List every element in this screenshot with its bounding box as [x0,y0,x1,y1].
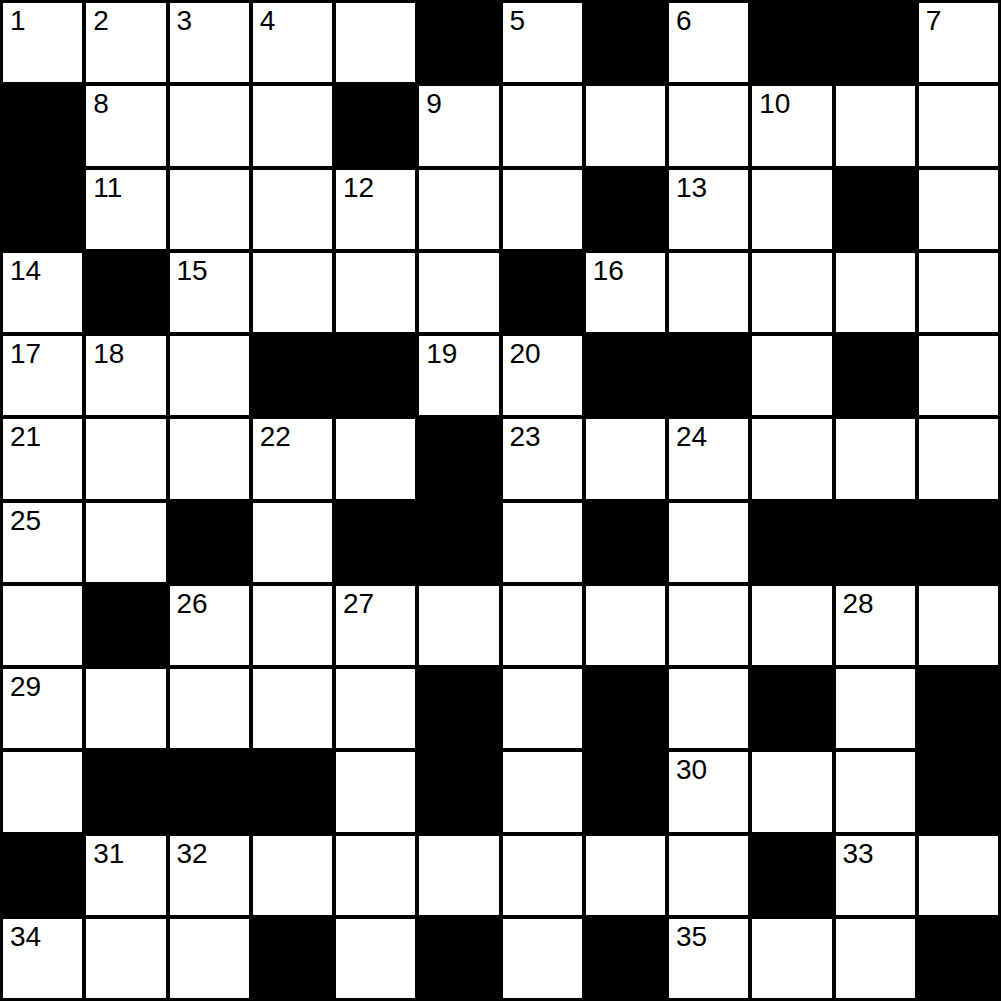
grid-cell[interactable]: 32 [170,836,249,915]
grid-cell[interactable] [919,253,998,332]
clue-number: 10 [759,89,790,120]
black-cell [86,253,165,332]
grid-cell[interactable]: 5 [503,3,582,82]
grid-cell[interactable]: 26 [170,586,249,665]
grid-cell[interactable]: 14 [3,253,82,332]
grid-cell[interactable] [419,836,498,915]
grid-cell[interactable] [336,3,415,82]
grid-cell[interactable]: 13 [669,170,748,249]
clue-number: 24 [676,422,707,453]
black-cell [86,752,165,831]
grid-cell[interactable] [503,503,582,582]
grid-cell[interactable]: 10 [752,86,831,165]
grid-cell[interactable]: 16 [586,253,665,332]
grid-cell[interactable] [253,836,332,915]
grid-cell[interactable] [253,170,332,249]
grid-cell[interactable] [170,86,249,165]
grid-cell[interactable] [336,919,415,998]
grid-cell[interactable] [836,669,915,748]
clue-number: 22 [260,422,291,453]
clue-number: 3 [177,6,193,37]
grid-cell[interactable] [752,253,831,332]
grid-cell[interactable] [669,669,748,748]
black-cell [586,919,665,998]
clue-number: 35 [676,922,707,953]
clue-number: 16 [593,256,624,287]
black-cell [86,586,165,665]
grid-cell[interactable] [669,586,748,665]
grid-cell[interactable] [836,86,915,165]
grid-cell[interactable] [253,86,332,165]
grid-cell[interactable] [336,752,415,831]
grid-cell[interactable] [503,669,582,748]
clue-number: 5 [510,6,526,37]
black-cell [336,503,415,582]
grid-cell[interactable] [586,836,665,915]
clue-number: 32 [177,839,208,870]
black-cell [503,253,582,332]
black-cell [752,836,831,915]
grid-cell[interactable]: 33 [836,836,915,915]
clue-number: 1 [10,6,26,37]
grid-cell[interactable] [170,419,249,498]
grid-cell[interactable]: 34 [3,919,82,998]
grid-cell[interactable] [752,336,831,415]
grid-cell[interactable] [253,503,332,582]
grid-cell[interactable] [752,586,831,665]
grid-cell[interactable] [253,669,332,748]
black-cell [836,336,915,415]
black-cell [919,752,998,831]
black-cell [419,3,498,82]
grid-cell[interactable]: 7 [919,3,998,82]
grid-cell[interactable]: 2 [86,3,165,82]
clue-number: 11 [93,173,122,204]
clue-number: 34 [10,922,41,953]
black-cell [253,336,332,415]
grid-cell[interactable] [3,586,82,665]
grid-cell[interactable]: 19 [419,336,498,415]
grid-cell[interactable] [86,503,165,582]
grid-cell[interactable] [86,419,165,498]
black-cell [752,503,831,582]
clue-number: 15 [177,256,208,287]
clue-number: 31 [93,839,124,870]
grid-cell[interactable] [836,919,915,998]
crossword-grid: 1234567891011121314151617181920212223242… [0,0,1001,1001]
grid-cell[interactable] [669,86,748,165]
grid-cell[interactable]: 35 [669,919,748,998]
black-cell [336,336,415,415]
clue-number: 30 [676,755,707,786]
grid-cell[interactable] [503,836,582,915]
black-cell [3,86,82,165]
clue-number: 33 [843,839,874,870]
grid-cell[interactable]: 27 [336,586,415,665]
black-cell [669,336,748,415]
grid-cell[interactable] [919,419,998,498]
black-cell [586,669,665,748]
black-cell [170,752,249,831]
grid-cell[interactable] [336,836,415,915]
grid-cell[interactable]: 23 [503,419,582,498]
grid-cell[interactable]: 28 [836,586,915,665]
grid-cell[interactable] [752,752,831,831]
black-cell [586,170,665,249]
black-cell [752,669,831,748]
grid-cell[interactable] [253,253,332,332]
grid-cell[interactable] [86,919,165,998]
grid-cell[interactable]: 22 [253,419,332,498]
clue-number: 25 [10,506,41,537]
grid-cell[interactable] [586,586,665,665]
black-cell [419,752,498,831]
grid-cell[interactable]: 18 [86,336,165,415]
black-cell [586,752,665,831]
grid-cell[interactable] [419,170,498,249]
clue-number: 20 [510,339,541,370]
grid-cell[interactable] [503,752,582,831]
grid-cell[interactable]: 25 [3,503,82,582]
grid-cell[interactable]: 9 [419,86,498,165]
grid-cell[interactable] [836,253,915,332]
black-cell [836,503,915,582]
grid-cell[interactable] [669,253,748,332]
clue-number: 4 [260,6,276,37]
grid-cell[interactable]: 1 [3,3,82,82]
grid-cell[interactable] [336,253,415,332]
grid-cell[interactable]: 11 [86,170,165,249]
clue-number: 9 [426,89,442,120]
clue-number: 26 [177,589,208,620]
grid-cell[interactable] [919,836,998,915]
grid-cell[interactable] [503,86,582,165]
black-cell [419,919,498,998]
black-cell [170,503,249,582]
grid-cell[interactable] [3,752,82,831]
grid-cell[interactable] [253,586,332,665]
black-cell [836,3,915,82]
grid-cell[interactable] [419,253,498,332]
grid-cell[interactable]: 20 [503,336,582,415]
black-cell [836,170,915,249]
grid-cell[interactable]: 17 [3,336,82,415]
black-cell [419,669,498,748]
grid-cell[interactable]: 29 [3,669,82,748]
grid-cell[interactable]: 15 [170,253,249,332]
grid-cell[interactable]: 3 [170,3,249,82]
grid-cell[interactable] [336,669,415,748]
black-cell [586,336,665,415]
grid-cell[interactable] [503,586,582,665]
grid-cell[interactable] [919,170,998,249]
black-cell [586,3,665,82]
clue-number: 21 [10,422,41,453]
grid-cell[interactable] [919,586,998,665]
clue-number: 2 [93,6,109,37]
grid-cell[interactable] [503,919,582,998]
grid-cell[interactable] [170,170,249,249]
grid-cell[interactable] [586,86,665,165]
grid-cell[interactable] [919,86,998,165]
grid-cell[interactable]: 8 [86,86,165,165]
grid-cell[interactable] [170,919,249,998]
grid-cell[interactable] [586,419,665,498]
black-cell [752,3,831,82]
grid-cell[interactable]: 12 [336,170,415,249]
black-cell [419,419,498,498]
clue-number: 17 [10,339,41,370]
grid-cell[interactable] [669,503,748,582]
grid-cell[interactable] [669,836,748,915]
black-cell [586,503,665,582]
grid-cell[interactable] [86,669,165,748]
black-cell [919,669,998,748]
clue-number: 23 [510,422,541,453]
grid-cell[interactable]: 6 [669,3,748,82]
black-cell [919,503,998,582]
grid-cell[interactable]: 30 [669,752,748,831]
grid-cell[interactable] [503,170,582,249]
clue-number: 14 [10,256,41,287]
grid-cell[interactable] [336,419,415,498]
grid-cell[interactable] [752,919,831,998]
grid-cell[interactable] [836,419,915,498]
clue-number: 28 [843,589,874,620]
black-cell [336,86,415,165]
grid-cell[interactable]: 24 [669,419,748,498]
black-cell [3,170,82,249]
grid-cell[interactable]: 21 [3,419,82,498]
grid-cell[interactable] [752,170,831,249]
clue-number: 6 [676,6,692,37]
black-cell [3,836,82,915]
black-cell [253,752,332,831]
grid-cell[interactable] [170,336,249,415]
grid-cell[interactable] [170,669,249,748]
grid-cell[interactable]: 4 [253,3,332,82]
clue-number: 7 [926,6,942,37]
black-cell [419,503,498,582]
grid-cell[interactable]: 31 [86,836,165,915]
clue-number: 29 [10,672,41,703]
clue-number: 13 [676,173,707,204]
grid-cell[interactable] [419,586,498,665]
grid-cell[interactable] [836,752,915,831]
clue-number: 8 [93,89,109,120]
clue-number: 12 [343,173,374,204]
black-cell [919,919,998,998]
clue-number: 19 [426,339,457,370]
clue-number: 27 [343,589,374,620]
grid-cell[interactable] [752,419,831,498]
grid-cell[interactable] [919,336,998,415]
black-cell [253,919,332,998]
clue-number: 18 [93,339,124,370]
